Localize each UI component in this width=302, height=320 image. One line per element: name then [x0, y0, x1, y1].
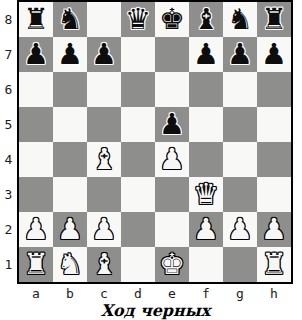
black-pawn-e5: ♟ [159, 107, 185, 142]
white-king-e1: ♚ [159, 247, 185, 282]
square-f8[interactable]: ♝ [189, 2, 223, 37]
white-pawn-e4: ♟ [159, 142, 185, 177]
square-f4[interactable] [189, 142, 223, 177]
square-d3[interactable] [121, 177, 155, 212]
square-c2[interactable]: ♟ [87, 212, 121, 247]
file-label-h: h [257, 286, 291, 301]
square-d5[interactable] [121, 107, 155, 142]
square-c7[interactable]: ♟ [87, 37, 121, 72]
file-label-g: g [223, 286, 257, 301]
black-knight-g8: ♞ [227, 2, 253, 37]
square-a8[interactable]: ♜ [19, 2, 53, 37]
square-a5[interactable] [19, 107, 53, 142]
rank-label-2: 2 [0, 212, 17, 247]
black-pawn-h7: ♟ [261, 37, 287, 72]
square-g2[interactable]: ♟ [223, 212, 257, 247]
square-b1[interactable]: ♞ [53, 247, 87, 282]
square-h2[interactable]: ♟ [257, 212, 291, 247]
square-a7[interactable]: ♟ [19, 37, 53, 72]
white-bishop-c1: ♝ [91, 247, 117, 282]
file-label-b: b [53, 286, 87, 301]
square-d6[interactable] [121, 72, 155, 107]
square-f5[interactable] [189, 107, 223, 142]
rank-label-3: 3 [0, 177, 17, 212]
chess-diagram: 87654321 ♜♞♛♚♝♞♜♟♟♟♟♟♟♟♝♟♛♟♟♟♟♟♟♜♞♝♚♜ ab… [0, 0, 302, 320]
square-h3[interactable] [257, 177, 291, 212]
black-knight-b8: ♞ [57, 2, 83, 37]
white-pawn-a2: ♟ [23, 212, 49, 247]
white-bishop-c4: ♝ [91, 142, 117, 177]
file-label-a: a [19, 286, 53, 301]
square-b2[interactable]: ♟ [53, 212, 87, 247]
square-f1[interactable] [189, 247, 223, 282]
square-b3[interactable] [53, 177, 87, 212]
square-f2[interactable]: ♟ [189, 212, 223, 247]
square-c1[interactable]: ♝ [87, 247, 121, 282]
square-d4[interactable] [121, 142, 155, 177]
square-f3[interactable]: ♛ [189, 177, 223, 212]
black-pawn-f7: ♟ [193, 37, 219, 72]
rank-label-8: 8 [0, 2, 17, 37]
square-c5[interactable] [87, 107, 121, 142]
black-king-e8: ♚ [159, 2, 185, 37]
square-g5[interactable] [223, 107, 257, 142]
square-f7[interactable]: ♟ [189, 37, 223, 72]
board-frame: ♜♞♛♚♝♞♜♟♟♟♟♟♟♟♝♟♛♟♟♟♟♟♟♜♞♝♚♜ [17, 0, 293, 284]
white-pawn-f2: ♟ [193, 212, 219, 247]
square-g4[interactable] [223, 142, 257, 177]
square-a1[interactable]: ♜ [19, 247, 53, 282]
file-label-c: c [87, 286, 121, 301]
white-pawn-h2: ♟ [261, 212, 287, 247]
file-label-d: d [121, 286, 155, 301]
white-pawn-b2: ♟ [57, 212, 83, 247]
square-c4[interactable]: ♝ [87, 142, 121, 177]
square-e5[interactable]: ♟ [155, 107, 189, 142]
chess-board: ♜♞♛♚♝♞♜♟♟♟♟♟♟♟♝♟♛♟♟♟♟♟♟♜♞♝♚♜ [19, 2, 291, 282]
rank-label-6: 6 [0, 72, 17, 107]
square-g7[interactable]: ♟ [223, 37, 257, 72]
square-h5[interactable] [257, 107, 291, 142]
square-e4[interactable]: ♟ [155, 142, 189, 177]
square-e8[interactable]: ♚ [155, 2, 189, 37]
square-b7[interactable]: ♟ [53, 37, 87, 72]
square-h6[interactable] [257, 72, 291, 107]
white-pawn-g2: ♟ [227, 212, 253, 247]
square-a6[interactable] [19, 72, 53, 107]
square-d7[interactable] [121, 37, 155, 72]
square-g6[interactable] [223, 72, 257, 107]
square-g3[interactable] [223, 177, 257, 212]
square-h4[interactable] [257, 142, 291, 177]
square-g1[interactable] [223, 247, 257, 282]
square-d1[interactable] [121, 247, 155, 282]
file-labels: abcdefgh [19, 286, 291, 301]
white-pawn-c2: ♟ [91, 212, 117, 247]
file-label-f: f [189, 286, 223, 301]
black-rook-a8: ♜ [23, 2, 49, 37]
square-e1[interactable]: ♚ [155, 247, 189, 282]
square-e6[interactable] [155, 72, 189, 107]
white-knight-b1: ♞ [57, 247, 83, 282]
square-b4[interactable] [53, 142, 87, 177]
black-queen-d8: ♛ [125, 2, 151, 37]
white-rook-h1: ♜ [261, 247, 287, 282]
rank-label-5: 5 [0, 107, 17, 142]
square-h8[interactable]: ♜ [257, 2, 291, 37]
file-label-e: e [155, 286, 189, 301]
square-c3[interactable] [87, 177, 121, 212]
rank-label-7: 7 [0, 37, 17, 72]
square-b6[interactable] [53, 72, 87, 107]
square-c6[interactable] [87, 72, 121, 107]
square-b8[interactable]: ♞ [53, 2, 87, 37]
black-pawn-a7: ♟ [23, 37, 49, 72]
rank-labels: 87654321 [0, 2, 17, 282]
square-a3[interactable] [19, 177, 53, 212]
white-rook-a1: ♜ [23, 247, 49, 282]
square-e2[interactable] [155, 212, 189, 247]
white-queen-f3: ♛ [193, 177, 219, 212]
rank-label-4: 4 [0, 142, 17, 177]
square-h1[interactable]: ♜ [257, 247, 291, 282]
black-rook-h8: ♜ [261, 2, 287, 37]
square-e7[interactable] [155, 37, 189, 72]
square-e3[interactable] [155, 177, 189, 212]
square-a2[interactable]: ♟ [19, 212, 53, 247]
square-a4[interactable] [19, 142, 53, 177]
square-g8[interactable]: ♞ [223, 2, 257, 37]
square-h7[interactable]: ♟ [257, 37, 291, 72]
black-pawn-c7: ♟ [91, 37, 117, 72]
square-c8[interactable] [87, 2, 121, 37]
square-d2[interactable] [121, 212, 155, 247]
move-indicator-caption: Ход черных [17, 301, 294, 320]
black-bishop-f8: ♝ [193, 2, 219, 37]
black-pawn-g7: ♟ [227, 37, 253, 72]
square-f6[interactable] [189, 72, 223, 107]
black-pawn-b7: ♟ [57, 37, 83, 72]
square-b5[interactable] [53, 107, 87, 142]
rank-label-1: 1 [0, 247, 17, 282]
square-d8[interactable]: ♛ [121, 2, 155, 37]
